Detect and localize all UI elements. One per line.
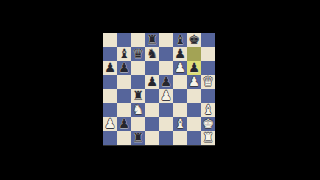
square-b3[interactable] — [117, 103, 131, 117]
piece-white-bishop: ♝ — [174, 117, 186, 131]
piece-white-knight: ♞ — [132, 103, 144, 117]
square-a2[interactable]: ♟ — [103, 117, 117, 131]
piece-black-rook: ♜ — [146, 33, 158, 47]
square-e3[interactable] — [159, 103, 173, 117]
square-f2[interactable]: ♝ — [173, 117, 187, 131]
piece-white-pawn: ♟ — [188, 75, 200, 89]
square-a7[interactable] — [103, 47, 117, 61]
piece-black-queen: ♛ — [132, 47, 144, 61]
square-b5[interactable] — [117, 75, 131, 89]
piece-white-pawn: ♟ — [174, 61, 186, 75]
square-h4[interactable] — [201, 89, 215, 103]
square-e8[interactable] — [159, 33, 173, 47]
square-d8[interactable]: ♜ — [145, 33, 159, 47]
piece-black-rook: ♜ — [132, 89, 144, 103]
piece-white-pawn: ♟ — [104, 117, 116, 131]
square-e7[interactable] — [159, 47, 173, 61]
square-c7[interactable]: ♛ — [131, 47, 145, 61]
square-d2[interactable] — [145, 117, 159, 131]
square-b4[interactable] — [117, 89, 131, 103]
piece-white-king: ♚ — [202, 117, 214, 131]
square-d1[interactable] — [145, 131, 159, 145]
square-f1[interactable] — [173, 131, 187, 145]
square-d7[interactable]: ♞ — [145, 47, 159, 61]
square-g8[interactable]: ♚ — [187, 33, 201, 47]
square-c5[interactable] — [131, 75, 145, 89]
square-a1[interactable] — [103, 131, 117, 145]
square-h3[interactable]: ♝ — [201, 103, 215, 117]
piece-black-pawn: ♟ — [188, 61, 200, 75]
piece-black-pawn: ♟ — [174, 47, 186, 61]
square-f6[interactable]: ♟ — [173, 61, 187, 75]
square-h6[interactable] — [201, 61, 215, 75]
piece-black-pawn: ♟ — [118, 61, 130, 75]
square-c1[interactable]: ♜ — [131, 131, 145, 145]
piece-black-pawn: ♟ — [146, 75, 158, 89]
square-f4[interactable] — [173, 89, 187, 103]
square-f8[interactable]: ♝ — [173, 33, 187, 47]
square-c3[interactable]: ♞ — [131, 103, 145, 117]
square-d3[interactable] — [145, 103, 159, 117]
square-c8[interactable] — [131, 33, 145, 47]
square-c4[interactable]: ♜ — [131, 89, 145, 103]
square-f3[interactable] — [173, 103, 187, 117]
square-b6[interactable]: ♟ — [117, 61, 131, 75]
square-h7[interactable] — [201, 47, 215, 61]
square-f7[interactable]: ♟ — [173, 47, 187, 61]
square-a4[interactable] — [103, 89, 117, 103]
piece-white-bishop: ♝ — [202, 103, 214, 117]
square-h1[interactable]: ♜ — [201, 131, 215, 145]
square-g3[interactable] — [187, 103, 201, 117]
square-a5[interactable] — [103, 75, 117, 89]
square-h8[interactable] — [201, 33, 215, 47]
square-d6[interactable] — [145, 61, 159, 75]
piece-black-king: ♚ — [188, 33, 200, 47]
square-c2[interactable] — [131, 117, 145, 131]
square-e5[interactable]: ♟ — [159, 75, 173, 89]
square-a3[interactable] — [103, 103, 117, 117]
square-b8[interactable] — [117, 33, 131, 47]
piece-black-knight: ♞ — [146, 47, 158, 61]
piece-black-bishop: ♝ — [174, 33, 186, 47]
square-h2[interactable]: ♚ — [201, 117, 215, 131]
square-g2[interactable] — [187, 117, 201, 131]
square-e1[interactable] — [159, 131, 173, 145]
square-e4[interactable]: ♟ — [159, 89, 173, 103]
square-g7[interactable] — [187, 47, 201, 61]
chess-board: ♜♝♚♝♛♞♟♟♟♟♟♟♟♟♛♜♟♞♝♟♟♝♚♜♜ — [103, 33, 215, 145]
square-e2[interactable] — [159, 117, 173, 131]
app-background: ♜♝♚♝♛♞♟♟♟♟♟♟♟♟♛♜♟♞♝♟♟♝♚♜♜ — [0, 0, 320, 180]
piece-black-rook: ♜ — [132, 131, 144, 145]
square-b2[interactable]: ♟ — [117, 117, 131, 131]
piece-black-pawn: ♟ — [118, 117, 130, 131]
square-g6[interactable]: ♟ — [187, 61, 201, 75]
piece-white-queen: ♛ — [202, 75, 214, 89]
square-a8[interactable] — [103, 33, 117, 47]
square-a6[interactable]: ♟ — [103, 61, 117, 75]
square-c6[interactable] — [131, 61, 145, 75]
square-b1[interactable] — [117, 131, 131, 145]
square-f5[interactable] — [173, 75, 187, 89]
piece-white-pawn: ♟ — [160, 89, 172, 103]
square-g5[interactable]: ♟ — [187, 75, 201, 89]
piece-white-rook: ♜ — [202, 131, 214, 145]
square-b7[interactable]: ♝ — [117, 47, 131, 61]
square-h5[interactable]: ♛ — [201, 75, 215, 89]
square-d5[interactable]: ♟ — [145, 75, 159, 89]
piece-black-pawn: ♟ — [104, 61, 116, 75]
square-g1[interactable] — [187, 131, 201, 145]
piece-black-bishop: ♝ — [118, 47, 130, 61]
square-g4[interactable] — [187, 89, 201, 103]
square-d4[interactable] — [145, 89, 159, 103]
piece-black-pawn: ♟ — [160, 75, 172, 89]
square-e6[interactable] — [159, 61, 173, 75]
